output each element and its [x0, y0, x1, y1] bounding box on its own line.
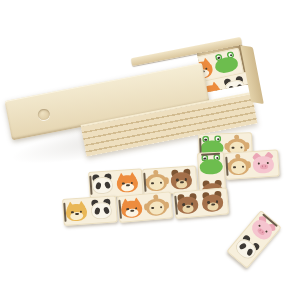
- domino-fox-monkey[interactable]: [117, 191, 173, 223]
- domino-half: [114, 169, 141, 196]
- domino-tiles-area: [0, 0, 300, 300]
- domino-half: [63, 198, 90, 225]
- panda-face-icon: [89, 198, 114, 223]
- cat-face-icon: [64, 199, 89, 224]
- domino-monkey-pig[interactable]: [224, 149, 280, 180]
- domino-half: [118, 195, 145, 222]
- pig-face-icon: [251, 152, 276, 177]
- bear-face-icon: [169, 168, 194, 193]
- monkey-face-icon: [144, 169, 169, 194]
- panda-face-icon: [90, 172, 115, 197]
- domino-half: [174, 191, 201, 218]
- domino-bear-bear[interactable]: [173, 187, 229, 219]
- domino-half: [88, 196, 115, 223]
- domino-cat-panda[interactable]: [62, 195, 118, 226]
- domino-half: [143, 193, 170, 220]
- domino-pig-panda[interactable]: [226, 210, 281, 269]
- fox-face-icon: [115, 171, 140, 196]
- domino-half: [199, 189, 226, 216]
- domino-half: [198, 153, 224, 179]
- bear-face-icon: [200, 190, 225, 215]
- monkey-face-icon: [226, 153, 251, 178]
- domino-half: [168, 166, 195, 193]
- domino-half: [225, 152, 252, 179]
- monkey-face-icon: [144, 194, 169, 219]
- fox-face-icon: [119, 196, 144, 221]
- bear-face-icon: [175, 192, 200, 217]
- frog-face-icon: [199, 154, 223, 178]
- domino-half: [250, 150, 277, 177]
- domino-half: [89, 171, 116, 198]
- product-photo-animal-domino-set: [0, 0, 300, 300]
